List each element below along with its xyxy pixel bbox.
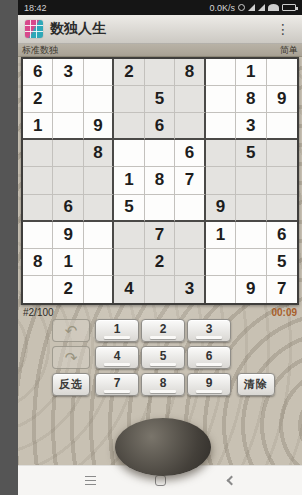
- overflow-menu-icon[interactable]: ⋮: [271, 21, 295, 37]
- sudoku-cell-r5c5[interactable]: 8: [145, 167, 175, 194]
- sudoku-cell-r5c8[interactable]: [236, 167, 266, 194]
- sudoku-cell-r3c4[interactable]: [114, 113, 144, 140]
- sudoku-cell-r1c8[interactable]: 1: [236, 59, 266, 86]
- undo-button[interactable]: ↶: [52, 319, 90, 342]
- sudoku-cell-r2c4[interactable]: [114, 86, 144, 113]
- sudoku-cell-r9c3[interactable]: [84, 276, 114, 303]
- digit-5-button[interactable]: 5: [141, 346, 185, 369]
- sudoku-cell-r6c1[interactable]: [23, 195, 53, 222]
- sudoku-cell-r7c5[interactable]: 7: [145, 222, 175, 249]
- sudoku-cell-r2c2[interactable]: [53, 86, 83, 113]
- sudoku-cell-r8c2[interactable]: 1: [53, 249, 83, 276]
- sudoku-cell-r4c2[interactable]: [53, 140, 83, 167]
- difficulty-label: 简单: [280, 44, 298, 57]
- sudoku-cell-r4c1[interactable]: [23, 140, 53, 167]
- sudoku-cell-r9c6[interactable]: 3: [175, 276, 205, 303]
- sudoku-cell-r7c1[interactable]: [23, 222, 53, 249]
- invert-selection-button[interactable]: 反选: [52, 373, 90, 396]
- sudoku-cell-r2c9[interactable]: 9: [267, 86, 297, 113]
- clear-button[interactable]: 清除: [237, 373, 275, 396]
- menu-icon: [85, 480, 96, 482]
- sudoku-cell-r6c6[interactable]: [175, 195, 205, 222]
- sudoku-cell-r5c1[interactable]: [23, 167, 53, 194]
- sudoku-cell-r5c2[interactable]: [53, 167, 83, 194]
- sudoku-cell-r5c9[interactable]: [267, 167, 297, 194]
- sudoku-cell-r4c4[interactable]: [114, 140, 144, 167]
- network-speed: 0.0K/s: [209, 3, 235, 13]
- sudoku-cell-r2c7[interactable]: [206, 86, 236, 113]
- sudoku-cell-r5c6[interactable]: 7: [175, 167, 205, 194]
- app-logo-icon: [25, 20, 43, 38]
- sudoku-cell-r5c7[interactable]: [206, 167, 236, 194]
- sudoku-cell-r6c9[interactable]: [267, 195, 297, 222]
- sudoku-cell-r3c3[interactable]: 9: [84, 113, 114, 140]
- sudoku-cell-r3c2[interactable]: [53, 113, 83, 140]
- keypad-row-1: ↶ 1 2 3: [52, 319, 302, 342]
- digit-underline: [150, 363, 176, 366]
- sudoku-board: 63281258919638651876599716812524397: [21, 57, 299, 305]
- sudoku-cell-r9c9[interactable]: 7: [267, 276, 297, 303]
- digit-2-button[interactable]: 2: [141, 319, 185, 342]
- puzzle-number: #2/100: [23, 307, 54, 318]
- digit-8-button[interactable]: 8: [141, 373, 185, 396]
- keypad: ↶ 1 2 3 ↷ 4 5: [18, 319, 302, 400]
- sudoku-cell-r9c2[interactable]: 2: [53, 276, 83, 303]
- sudoku-cell-r1c4[interactable]: 2: [114, 59, 144, 86]
- digit-9-button[interactable]: 9: [187, 373, 231, 396]
- sudoku-cell-r8c5[interactable]: 2: [145, 249, 175, 276]
- sudoku-cell-r5c3[interactable]: [84, 167, 114, 194]
- sudoku-cell-r4c3[interactable]: 8: [84, 140, 114, 167]
- sudoku-cell-r1c6[interactable]: 8: [175, 59, 205, 86]
- back-chevron-icon: [227, 476, 237, 486]
- phone-screen: 18:42 0.0K/s 数独人生 ⋮ 标准数独 简单 632812589196…: [18, 0, 302, 495]
- sudoku-cell-r4c8[interactable]: 5: [236, 140, 266, 167]
- sudoku-cell-r1c5[interactable]: [145, 59, 175, 86]
- digit-underline: [150, 336, 176, 339]
- sudoku-cell-r2c1[interactable]: 2: [23, 86, 53, 113]
- sudoku-cell-r4c5[interactable]: [145, 140, 175, 167]
- wifi-icon: [268, 4, 279, 11]
- zen-sand-background: [18, 400, 302, 465]
- redo-button[interactable]: ↷: [52, 346, 90, 369]
- sudoku-cell-r3c5[interactable]: 6: [145, 113, 175, 140]
- timer: 00:09: [271, 307, 297, 318]
- sudoku-cell-r8c4[interactable]: [114, 249, 144, 276]
- digit-underline: [196, 336, 222, 339]
- digit-underline: [104, 336, 130, 339]
- sudoku-cell-r6c4[interactable]: 5: [114, 195, 144, 222]
- digit-label: 6: [206, 350, 213, 362]
- app-title: 数独人生: [50, 20, 106, 38]
- sudoku-cell-r7c4[interactable]: [114, 222, 144, 249]
- sudoku-cell-r7c9[interactable]: 6: [267, 222, 297, 249]
- digit-1-button[interactable]: 1: [95, 319, 139, 342]
- sudoku-cell-r6c5[interactable]: [145, 195, 175, 222]
- sudoku-cell-r7c3[interactable]: [84, 222, 114, 249]
- digit-3-button[interactable]: 3: [187, 319, 231, 342]
- clock-time: 18:42: [24, 3, 47, 13]
- sudoku-cell-r4c6[interactable]: 6: [175, 140, 205, 167]
- sudoku-cell-r8c6[interactable]: [175, 249, 205, 276]
- digit-label: 8: [160, 377, 167, 389]
- sudoku-cell-r8c9[interactable]: 5: [267, 249, 297, 276]
- stone-image: [115, 418, 211, 476]
- digit-underline: [104, 363, 130, 366]
- sudoku-cell-r3c8[interactable]: 3: [236, 113, 266, 140]
- back-button[interactable]: [218, 469, 242, 493]
- keypad-row-3: 反选 7 8 9 清除: [52, 373, 302, 396]
- sudoku-cell-r6c2[interactable]: 6: [53, 195, 83, 222]
- sudoku-cell-r3c9[interactable]: [267, 113, 297, 140]
- sudoku-cell-r1c7[interactable]: [206, 59, 236, 86]
- sudoku-cell-r2c6[interactable]: [175, 86, 205, 113]
- alarm-icon: [238, 4, 245, 11]
- signal-icon-1: [248, 4, 255, 11]
- sudoku-cell-r1c2[interactable]: 3: [53, 59, 83, 86]
- undo-icon: ↶: [65, 323, 78, 338]
- sudoku-cell-r9c4[interactable]: 4: [114, 276, 144, 303]
- sudoku-cell-r7c8[interactable]: [236, 222, 266, 249]
- digit-label: 5: [160, 350, 167, 362]
- sudoku-cell-r9c8[interactable]: 9: [236, 276, 266, 303]
- sudoku-cell-r7c7[interactable]: 1: [206, 222, 236, 249]
- sudoku-cell-r3c6[interactable]: [175, 113, 205, 140]
- digit-label: 7: [114, 377, 121, 389]
- sudoku-cell-r1c3[interactable]: [84, 59, 114, 86]
- recents-button[interactable]: [78, 469, 102, 493]
- sudoku-cell-r8c3[interactable]: [84, 249, 114, 276]
- sudoku-cell-r2c3[interactable]: [84, 86, 114, 113]
- sudoku-cell-r1c1[interactable]: 6: [23, 59, 53, 86]
- sudoku-cell-r1c9[interactable]: [267, 59, 297, 86]
- sudoku-cell-r3c7[interactable]: [206, 113, 236, 140]
- status-bar: 18:42 0.0K/s: [18, 0, 302, 15]
- sudoku-cell-r7c6[interactable]: [175, 222, 205, 249]
- sudoku-cell-r4c7[interactable]: [206, 140, 236, 167]
- digit-underline: [196, 390, 222, 393]
- home-icon: [155, 475, 166, 486]
- digit-7-button[interactable]: 7: [95, 373, 139, 396]
- progress-row: #2/100 00:09: [18, 305, 302, 319]
- sudoku-cell-r8c7[interactable]: [206, 249, 236, 276]
- puzzle-type-label: 标准数独: [22, 44, 58, 57]
- redo-icon: ↷: [65, 350, 78, 365]
- digit-label: 3: [206, 323, 213, 335]
- sudoku-cell-r8c8[interactable]: [236, 249, 266, 276]
- keypad-row-2: ↷ 4 5 6: [52, 346, 302, 369]
- sudoku-cell-r9c1[interactable]: [23, 276, 53, 303]
- digit-underline: [196, 363, 222, 366]
- sudoku-cell-r2c5[interactable]: 5: [145, 86, 175, 113]
- sudoku-cell-r2c8[interactable]: 8: [236, 86, 266, 113]
- sudoku-cell-r6c8[interactable]: [236, 195, 266, 222]
- battery-icon: [282, 4, 296, 11]
- digit-4-button[interactable]: 4: [95, 346, 139, 369]
- sudoku-cell-r7c2[interactable]: 9: [53, 222, 83, 249]
- digit-label: 9: [206, 377, 213, 389]
- sudoku-cell-r3c1[interactable]: 1: [23, 113, 53, 140]
- digit-label: 1: [114, 323, 121, 335]
- info-strip: 标准数独 简单: [18, 44, 302, 57]
- signal-icon-2: [258, 4, 265, 11]
- digit-label: 2: [160, 323, 167, 335]
- sudoku-cell-r6c3[interactable]: [84, 195, 114, 222]
- sudoku-cell-r6c7[interactable]: 9: [206, 195, 236, 222]
- sudoku-cell-r8c1[interactable]: 8: [23, 249, 53, 276]
- sudoku-cell-r5c4[interactable]: 1: [114, 167, 144, 194]
- app-bar: 数独人生 ⋮: [18, 15, 302, 44]
- sudoku-cell-r4c9[interactable]: [267, 140, 297, 167]
- sudoku-cell-r9c5[interactable]: [145, 276, 175, 303]
- digit-underline: [104, 390, 130, 393]
- digit-underline: [150, 390, 176, 393]
- digit-label: 4: [114, 350, 121, 362]
- sudoku-cell-r9c7[interactable]: [206, 276, 236, 303]
- digit-6-button[interactable]: 6: [187, 346, 231, 369]
